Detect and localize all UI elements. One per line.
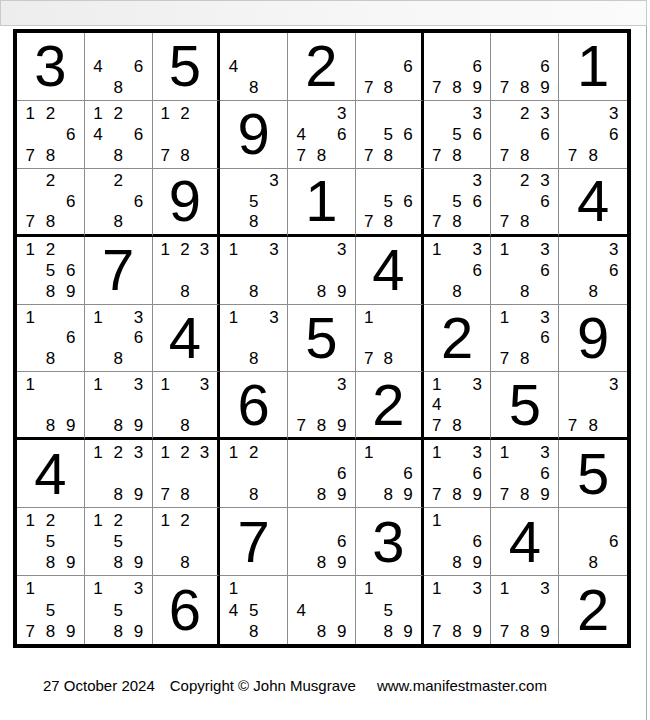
cell-r3c5[interactable]: 1 — [288, 169, 356, 237]
cell-r4c6[interactable]: 4 — [356, 237, 424, 305]
given-digit: 2 — [559, 576, 627, 644]
candidate-digit: 7 — [20, 621, 40, 642]
cell-r9c8[interactable]: 13789 — [491, 576, 559, 644]
candidate-digit: 8 — [447, 484, 467, 505]
candidate-empty-slot — [223, 463, 243, 484]
candidate-digit: 7 — [427, 621, 447, 642]
candidate-digit: 3 — [264, 171, 284, 191]
candidate-grid: 138 — [220, 305, 287, 372]
cell-r1c1[interactable]: 3 — [17, 33, 85, 101]
candidate-empty-slot — [195, 552, 215, 573]
cell-r2c5[interactable]: 34678 — [288, 101, 356, 169]
candidate-empty-slot — [359, 35, 379, 56]
cell-r5c7[interactable]: 2 — [424, 305, 492, 373]
candidate-empty-slot — [40, 578, 60, 599]
candidate-grid: 6789 — [424, 33, 491, 100]
candidate-empty-slot — [108, 395, 128, 415]
cell-r6c3[interactable]: 138 — [153, 372, 221, 440]
candidate-digit: 1 — [20, 307, 40, 328]
candidate-digit: 1 — [359, 578, 379, 599]
cell-r5c8[interactable]: 13678 — [491, 305, 559, 373]
candidate-digit: 7 — [291, 145, 311, 166]
cell-r5c5[interactable]: 5 — [288, 305, 356, 373]
candidate-digit: 1 — [88, 510, 108, 531]
cell-r6c2[interactable]: 1389 — [85, 372, 153, 440]
candidate-empty-slot — [291, 621, 311, 642]
candidate-digit: 3 — [332, 239, 352, 260]
candidate-digit: 1 — [427, 239, 447, 260]
candidate-grid: 138 — [220, 237, 287, 304]
given-digit: 1 — [559, 33, 627, 100]
candidate-digit: 9 — [332, 552, 352, 573]
candidate-empty-slot — [603, 510, 624, 531]
candidate-empty-slot — [427, 124, 447, 145]
candidate-empty-slot — [515, 442, 535, 463]
candidate-empty-slot — [61, 348, 81, 369]
candidate-empty-slot — [311, 531, 331, 552]
candidate-empty-slot — [20, 171, 40, 191]
candidate-grid: 3789 — [288, 372, 355, 437]
candidate-empty-slot — [562, 374, 583, 394]
cell-r5c1[interactable]: 168 — [17, 305, 85, 373]
candidate-empty-slot — [359, 484, 379, 505]
candidate-empty-slot — [244, 328, 264, 349]
cell-r9c9[interactable]: 2 — [559, 576, 627, 644]
candidate-digit: 8 — [244, 77, 264, 98]
candidate-digit: 7 — [20, 145, 40, 166]
candidate-digit: 8 — [40, 281, 60, 302]
candidate-empty-slot — [378, 35, 398, 56]
cell-r2c8[interactable]: 23678 — [491, 101, 559, 169]
cell-r8c5[interactable]: 689 — [288, 508, 356, 576]
cell-r4c9[interactable]: 368 — [559, 237, 627, 305]
cell-r1c6[interactable]: 678 — [356, 33, 424, 101]
candidate-grid: 12389 — [85, 440, 152, 507]
cell-r6c7[interactable]: 13478 — [424, 372, 492, 440]
candidate-empty-slot — [359, 103, 379, 124]
candidate-digit: 3 — [535, 171, 555, 191]
cell-r6c9[interactable]: 378 — [559, 372, 627, 440]
cell-r3c8[interactable]: 23678 — [491, 169, 559, 237]
cell-r2c7[interactable]: 35678 — [424, 101, 492, 169]
cell-r7c6[interactable]: 1689 — [356, 440, 424, 508]
candidate-digit: 6 — [128, 56, 148, 77]
candidate-empty-slot — [20, 395, 40, 415]
cell-r8c8[interactable]: 4 — [491, 508, 559, 576]
candidate-empty-slot — [128, 599, 148, 620]
candidate-digit: 3 — [264, 239, 284, 260]
candidate-empty-slot — [40, 124, 60, 145]
cell-r1c9[interactable]: 1 — [559, 33, 627, 101]
cell-r7c9[interactable]: 5 — [559, 440, 627, 508]
cell-r4c7[interactable]: 1368 — [424, 237, 492, 305]
candidate-empty-slot — [311, 239, 331, 260]
candidate-digit: 5 — [108, 531, 128, 552]
cell-r9c6[interactable]: 1589 — [356, 576, 424, 644]
candidate-digit: 3 — [195, 374, 215, 394]
candidate-digit: 9 — [61, 621, 81, 642]
candidate-empty-slot — [108, 56, 128, 77]
cell-r7c3[interactable]: 12378 — [153, 440, 221, 508]
cell-r5c6[interactable]: 178 — [356, 305, 424, 373]
candidate-digit: 9 — [467, 552, 487, 573]
candidate-empty-slot — [223, 484, 243, 505]
candidate-digit: 6 — [467, 191, 487, 211]
candidate-digit: 1 — [20, 578, 40, 599]
candidate-digit: 4 — [88, 124, 108, 145]
candidate-digit: 8 — [244, 281, 264, 302]
candidate-empty-slot — [223, 281, 243, 302]
given-digit: 9 — [220, 101, 287, 168]
candidate-empty-slot — [583, 531, 604, 552]
candidate-grid: 12589 — [17, 508, 84, 575]
candidate-digit: 8 — [175, 415, 195, 435]
candidate-empty-slot — [223, 77, 243, 98]
candidate-digit: 7 — [494, 211, 514, 231]
footer: 27 October 2024Copyright © John Musgrave… — [43, 677, 547, 694]
candidate-digit: 6 — [535, 191, 555, 211]
candidate-empty-slot — [156, 415, 176, 435]
cell-r8c7[interactable]: 1689 — [424, 508, 492, 576]
cell-r7c1[interactable]: 4 — [17, 440, 85, 508]
cell-r3c7[interactable]: 35678 — [424, 169, 492, 237]
page-right-edge — [646, 26, 647, 720]
candidate-empty-slot — [311, 374, 331, 394]
candidate-empty-slot — [264, 191, 284, 211]
candidate-empty-slot — [128, 103, 148, 124]
candidate-empty-slot — [223, 171, 243, 191]
candidate-digit: 8 — [108, 348, 128, 369]
cell-r4c8[interactable]: 1368 — [491, 237, 559, 305]
candidate-digit: 8 — [515, 77, 535, 98]
candidate-digit: 8 — [108, 211, 128, 231]
given-digit: 5 — [153, 33, 218, 100]
candidate-digit: 2 — [175, 510, 195, 531]
candidate-grid: 268 — [85, 169, 152, 234]
candidate-digit: 2 — [175, 442, 195, 463]
candidate-digit: 2 — [108, 103, 128, 124]
candidate-empty-slot — [332, 578, 352, 599]
cell-r7c5[interactable]: 689 — [288, 440, 356, 508]
candidate-digit: 6 — [535, 328, 555, 349]
candidate-digit: 1 — [88, 307, 108, 328]
candidate-empty-slot — [447, 171, 467, 191]
candidate-grid: 136789 — [424, 440, 491, 507]
cell-r3c6[interactable]: 5678 — [356, 169, 424, 237]
candidate-empty-slot — [603, 281, 624, 302]
candidate-empty-slot — [175, 374, 195, 394]
cell-r9c3[interactable]: 6 — [153, 576, 221, 644]
candidate-digit: 8 — [447, 211, 467, 231]
candidate-digit: 1 — [156, 442, 176, 463]
candidate-empty-slot — [378, 103, 398, 124]
candidate-digit: 6 — [603, 260, 624, 281]
candidate-empty-slot — [359, 621, 379, 642]
candidate-empty-slot — [311, 510, 331, 531]
candidate-digit: 6 — [332, 463, 352, 484]
cell-r8c6[interactable]: 3 — [356, 508, 424, 576]
candidate-empty-slot — [311, 442, 331, 463]
candidate-empty-slot — [515, 578, 535, 599]
candidate-digit: 3 — [332, 103, 352, 124]
candidate-grid: 1368 — [491, 237, 558, 304]
candidate-digit: 7 — [494, 348, 514, 369]
candidate-digit: 9 — [61, 281, 81, 302]
candidate-digit: 8 — [108, 484, 128, 505]
candidate-empty-slot — [562, 531, 583, 552]
candidate-empty-slot — [359, 328, 379, 349]
candidate-digit: 3 — [467, 578, 487, 599]
cell-r2c3[interactable]: 1278 — [153, 101, 221, 169]
candidate-empty-slot — [244, 260, 264, 281]
candidate-empty-slot — [515, 191, 535, 211]
cell-r9c1[interactable]: 15789 — [17, 576, 85, 644]
candidate-empty-slot — [583, 395, 604, 415]
given-digit: 4 — [559, 169, 627, 234]
candidate-empty-slot — [156, 463, 176, 484]
cell-r8c3[interactable]: 128 — [153, 508, 221, 576]
candidate-empty-slot — [447, 374, 467, 394]
candidate-digit: 1 — [359, 442, 379, 463]
cell-r2c6[interactable]: 5678 — [356, 101, 424, 169]
given-digit: 2 — [424, 305, 491, 372]
cell-r9c2[interactable]: 13589 — [85, 576, 153, 644]
cell-r4c5[interactable]: 389 — [288, 237, 356, 305]
candidate-empty-slot — [467, 415, 487, 435]
candidate-empty-slot — [40, 307, 60, 328]
cell-r4c3[interactable]: 1238 — [153, 237, 221, 305]
candidate-digit: 1 — [359, 307, 379, 328]
candidate-grid: 378 — [559, 372, 627, 437]
cell-r6c4[interactable]: 6 — [220, 372, 288, 440]
candidate-empty-slot — [291, 510, 311, 531]
candidate-empty-slot — [291, 531, 311, 552]
sudoku-board: 3468548267867896789112678124681278934678… — [13, 29, 631, 648]
candidate-empty-slot — [467, 510, 487, 531]
candidate-grid: 12678 — [17, 101, 84, 168]
candidate-empty-slot — [359, 191, 379, 211]
cell-r7c2[interactable]: 12389 — [85, 440, 153, 508]
candidate-empty-slot — [398, 578, 418, 599]
cell-r2c4[interactable]: 9 — [220, 101, 288, 169]
cell-r9c4[interactable]: 1458 — [220, 576, 288, 644]
cell-r8c9[interactable]: 68 — [559, 508, 627, 576]
cell-r1c3[interactable]: 5 — [153, 33, 221, 101]
candidate-empty-slot — [562, 395, 583, 415]
cell-r1c2[interactable]: 468 — [85, 33, 153, 101]
candidate-digit: 3 — [195, 239, 215, 260]
candidate-empty-slot — [20, 531, 40, 552]
candidate-empty-slot — [40, 395, 60, 415]
candidate-digit: 6 — [467, 531, 487, 552]
candidate-empty-slot — [494, 124, 514, 145]
cell-r4c2[interactable]: 7 — [85, 237, 153, 305]
cell-r1c5[interactable]: 2 — [288, 33, 356, 101]
candidate-digit: 2 — [40, 103, 60, 124]
candidate-empty-slot — [494, 599, 514, 620]
candidate-grid: 1278 — [153, 101, 218, 168]
candidate-empty-slot — [88, 484, 108, 505]
candidate-digit: 8 — [311, 621, 331, 642]
candidate-digit: 8 — [244, 484, 264, 505]
candidate-empty-slot — [583, 103, 604, 124]
cell-r7c7[interactable]: 136789 — [424, 440, 492, 508]
cell-r2c2[interactable]: 12468 — [85, 101, 153, 169]
candidate-empty-slot — [535, 211, 555, 231]
candidate-empty-slot — [332, 599, 352, 620]
candidate-digit: 5 — [378, 124, 398, 145]
candidate-empty-slot — [195, 124, 215, 145]
candidate-digit: 3 — [264, 307, 284, 328]
cell-r1c8[interactable]: 6789 — [491, 33, 559, 101]
cell-r4c1[interactable]: 125689 — [17, 237, 85, 305]
cell-r6c8[interactable]: 5 — [491, 372, 559, 440]
candidate-empty-slot — [332, 510, 352, 531]
given-digit: 1 — [288, 169, 355, 234]
candidate-digit: 8 — [108, 621, 128, 642]
cell-r9c7[interactable]: 13789 — [424, 576, 492, 644]
cell-r3c2[interactable]: 268 — [85, 169, 153, 237]
candidate-empty-slot — [88, 35, 108, 56]
cell-r8c1[interactable]: 12589 — [17, 508, 85, 576]
candidate-digit: 8 — [378, 484, 398, 505]
candidate-digit: 6 — [467, 56, 487, 77]
candidate-empty-slot — [88, 211, 108, 231]
candidate-digit: 7 — [494, 77, 514, 98]
cell-r3c3[interactable]: 9 — [153, 169, 221, 237]
candidate-empty-slot — [20, 348, 40, 369]
candidate-empty-slot — [20, 260, 40, 281]
candidate-empty-slot — [467, 599, 487, 620]
candidate-empty-slot — [515, 463, 535, 484]
cell-r6c5[interactable]: 3789 — [288, 372, 356, 440]
candidate-grid: 5678 — [356, 101, 421, 168]
candidate-digit: 1 — [223, 578, 243, 599]
candidate-empty-slot — [562, 239, 583, 260]
candidate-digit: 6 — [467, 260, 487, 281]
candidate-empty-slot — [447, 239, 467, 260]
cell-r3c9[interactable]: 4 — [559, 169, 627, 237]
candidate-empty-slot — [467, 281, 487, 302]
candidate-empty-slot — [311, 578, 331, 599]
candidate-grid: 1689 — [424, 508, 491, 575]
candidate-empty-slot — [128, 510, 148, 531]
candidate-digit: 6 — [128, 328, 148, 349]
cell-r5c4[interactable]: 138 — [220, 305, 288, 373]
candidate-empty-slot — [562, 281, 583, 302]
footer-website: www.manifestmaster.com — [377, 677, 547, 694]
candidate-empty-slot — [311, 599, 331, 620]
cell-r5c9[interactable]: 9 — [559, 305, 627, 373]
candidate-digit: 2 — [108, 442, 128, 463]
candidate-empty-slot — [20, 191, 40, 211]
candidate-empty-slot — [61, 578, 81, 599]
candidate-digit: 7 — [562, 145, 583, 166]
candidate-digit: 8 — [515, 484, 535, 505]
cell-r2c1[interactable]: 12678 — [17, 101, 85, 169]
candidate-empty-slot — [291, 239, 311, 260]
candidate-grid: 678 — [356, 33, 421, 100]
candidate-empty-slot — [447, 103, 467, 124]
cell-r3c4[interactable]: 358 — [220, 169, 288, 237]
candidate-empty-slot — [128, 171, 148, 191]
candidate-empty-slot — [156, 281, 176, 302]
candidate-empty-slot — [447, 463, 467, 484]
candidate-empty-slot — [88, 191, 108, 211]
candidate-digit: 8 — [175, 484, 195, 505]
candidate-empty-slot — [264, 621, 284, 642]
cell-r1c4[interactable]: 48 — [220, 33, 288, 101]
candidate-digit: 8 — [40, 621, 60, 642]
candidate-digit: 6 — [61, 124, 81, 145]
candidate-empty-slot — [244, 239, 264, 260]
cell-r8c4[interactable]: 7 — [220, 508, 288, 576]
candidate-grid: 1368 — [424, 237, 491, 304]
cell-r7c8[interactable]: 136789 — [491, 440, 559, 508]
candidate-empty-slot — [515, 328, 535, 349]
candidate-empty-slot — [20, 415, 40, 435]
candidate-grid: 136789 — [491, 440, 558, 507]
candidate-digit: 3 — [467, 442, 487, 463]
candidate-empty-slot — [156, 552, 176, 573]
cell-r6c6[interactable]: 2 — [356, 372, 424, 440]
candidate-grid: 689 — [288, 440, 355, 507]
candidate-empty-slot — [88, 145, 108, 166]
cell-r8c2[interactable]: 12589 — [85, 508, 153, 576]
candidate-empty-slot — [535, 599, 555, 620]
cell-r6c1[interactable]: 189 — [17, 372, 85, 440]
candidate-digit: 6 — [398, 191, 418, 211]
cell-r9c5[interactable]: 489 — [288, 576, 356, 644]
candidate-digit: 4 — [291, 599, 311, 620]
candidate-digit: 6 — [128, 124, 148, 145]
candidate-grid: 35678 — [424, 101, 491, 168]
candidate-empty-slot — [603, 395, 624, 415]
cell-r3c1[interactable]: 2678 — [17, 169, 85, 237]
candidate-digit: 3 — [603, 239, 624, 260]
cell-r4c4[interactable]: 138 — [220, 237, 288, 305]
candidate-empty-slot — [244, 578, 264, 599]
candidate-empty-slot — [398, 442, 418, 463]
candidate-empty-slot — [156, 260, 176, 281]
candidate-empty-slot — [223, 260, 243, 281]
given-digit: 7 — [220, 508, 287, 575]
candidate-empty-slot — [515, 260, 535, 281]
candidate-digit: 8 — [583, 552, 604, 573]
cell-r5c2[interactable]: 1368 — [85, 305, 153, 373]
candidate-empty-slot — [88, 599, 108, 620]
cell-r7c4[interactable]: 128 — [220, 440, 288, 508]
candidate-empty-slot — [291, 281, 311, 302]
candidate-digit: 1 — [494, 578, 514, 599]
given-digit: 6 — [220, 372, 287, 437]
candidate-empty-slot — [398, 103, 418, 124]
candidate-empty-slot — [264, 442, 284, 463]
candidate-digit: 6 — [467, 463, 487, 484]
candidate-empty-slot — [128, 35, 148, 56]
candidate-grid: 125689 — [17, 237, 84, 304]
cell-r5c3[interactable]: 4 — [153, 305, 221, 373]
candidate-empty-slot — [223, 191, 243, 211]
candidate-grid: 13478 — [424, 372, 491, 437]
candidate-digit: 6 — [398, 56, 418, 77]
candidate-digit: 9 — [61, 552, 81, 573]
cell-r1c7[interactable]: 6789 — [424, 33, 492, 101]
candidate-digit: 1 — [427, 442, 447, 463]
candidate-digit: 1 — [427, 510, 447, 531]
cell-r2c9[interactable]: 3678 — [559, 101, 627, 169]
candidate-empty-slot — [378, 307, 398, 328]
